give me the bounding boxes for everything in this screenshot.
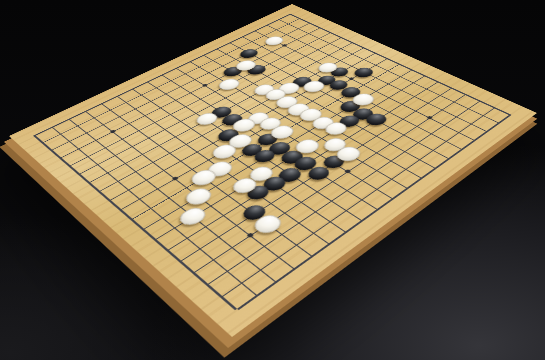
star-point (282, 44, 288, 47)
stone-black[interactable] (351, 66, 376, 79)
go-board[interactable] (9, 4, 537, 337)
star-point (109, 129, 116, 133)
star-point (171, 176, 179, 181)
stone-white[interactable] (176, 205, 210, 228)
stone-white[interactable] (216, 77, 243, 92)
grid-line-horizontal (278, 19, 498, 123)
star-point (426, 116, 433, 120)
grid-line-horizontal (33, 135, 237, 310)
star-point (246, 232, 254, 238)
star-point (348, 77, 354, 80)
stone-white[interactable] (182, 185, 215, 207)
star-point (202, 84, 208, 87)
stone-white[interactable] (262, 34, 287, 47)
star-point (344, 169, 352, 174)
scene-background (0, 0, 545, 360)
stone-black[interactable] (237, 47, 261, 59)
